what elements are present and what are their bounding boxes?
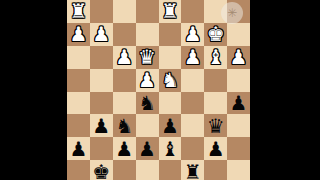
square-d3[interactable] — [159, 46, 182, 69]
square-a6[interactable] — [227, 114, 250, 137]
square-a7[interactable] — [227, 137, 250, 160]
letterbox-bar-right — [250, 0, 320, 180]
white-pawn: ♟ — [230, 47, 248, 67]
black-pawn: ♟ — [207, 138, 225, 158]
square-d8[interactable] — [159, 160, 182, 180]
watermark-icon: ✳ — [221, 2, 243, 24]
black-queen: ♛ — [207, 115, 225, 135]
white-pawn: ♟ — [92, 24, 110, 44]
square-g5[interactable] — [90, 92, 113, 115]
square-f3[interactable]: ♟ — [113, 46, 136, 69]
square-h6[interactable] — [67, 114, 90, 137]
square-c7[interactable] — [181, 137, 204, 160]
square-b4[interactable] — [204, 69, 227, 92]
square-h8[interactable] — [67, 160, 90, 180]
square-a5[interactable]: ♟ — [227, 92, 250, 115]
square-g1[interactable] — [90, 0, 113, 23]
black-knight: ♞ — [115, 115, 133, 135]
black-pawn: ♟ — [161, 115, 179, 135]
white-knight: ♞ — [161, 70, 179, 90]
black-king: ♚ — [92, 161, 110, 180]
square-g7[interactable] — [90, 137, 113, 160]
white-bishop: ♝ — [207, 47, 225, 67]
square-d5[interactable] — [159, 92, 182, 115]
square-d2[interactable] — [159, 23, 182, 46]
square-c2[interactable]: ♟ — [181, 23, 204, 46]
white-pawn: ♟ — [115, 47, 133, 67]
square-c4[interactable] — [181, 69, 204, 92]
square-e5[interactable]: ♞ — [136, 92, 159, 115]
square-f8[interactable] — [113, 160, 136, 180]
square-d1[interactable]: ♜ — [159, 0, 182, 23]
square-c5[interactable] — [181, 92, 204, 115]
square-c6[interactable] — [181, 114, 204, 137]
white-rook: ♜ — [69, 1, 87, 21]
square-a8[interactable] — [227, 160, 250, 180]
square-d7[interactable]: ♝ — [159, 137, 182, 160]
square-e7[interactable]: ♟ — [136, 137, 159, 160]
square-e2[interactable] — [136, 23, 159, 46]
black-pawn: ♟ — [138, 138, 156, 158]
black-pawn: ♟ — [115, 138, 133, 158]
square-g6[interactable]: ♟ — [90, 114, 113, 137]
square-f5[interactable] — [113, 92, 136, 115]
square-a2[interactable] — [227, 23, 250, 46]
watermark-glyph: ✳ — [227, 7, 237, 19]
square-d4[interactable]: ♞ — [159, 69, 182, 92]
square-g4[interactable] — [90, 69, 113, 92]
square-c8[interactable]: ♜ — [181, 160, 204, 180]
black-pawn: ♟ — [69, 138, 87, 158]
square-c3[interactable]: ♟ — [181, 46, 204, 69]
square-f6[interactable]: ♞ — [113, 114, 136, 137]
white-king: ♚ — [207, 24, 225, 44]
square-b2[interactable]: ♚ — [204, 23, 227, 46]
letterbox-bar-left — [0, 0, 67, 180]
square-f2[interactable] — [113, 23, 136, 46]
black-pawn: ♟ — [92, 115, 110, 135]
black-knight: ♞ — [138, 92, 156, 112]
square-e4[interactable]: ♟ — [136, 69, 159, 92]
square-h1[interactable]: ♜ — [67, 0, 90, 23]
square-d6[interactable]: ♟ — [159, 114, 182, 137]
square-b7[interactable]: ♟ — [204, 137, 227, 160]
square-b8[interactable] — [204, 160, 227, 180]
square-h2[interactable]: ♟ — [67, 23, 90, 46]
square-f7[interactable]: ♟ — [113, 137, 136, 160]
square-e6[interactable] — [136, 114, 159, 137]
white-pawn: ♟ — [184, 24, 202, 44]
white-pawn: ♟ — [69, 24, 87, 44]
square-e3[interactable]: ♛ — [136, 46, 159, 69]
square-b3[interactable]: ♝ — [204, 46, 227, 69]
square-f4[interactable] — [113, 69, 136, 92]
square-h7[interactable]: ♟ — [67, 137, 90, 160]
black-pawn: ♟ — [230, 92, 248, 112]
chess-board: ♜♜♟♟♟♚♟♛♟♝♟♟♞♞♟♟♞♟♛♟♟♟♝♟♚♜ — [67, 0, 250, 180]
square-b6[interactable]: ♛ — [204, 114, 227, 137]
white-queen: ♛ — [138, 47, 156, 67]
square-h3[interactable] — [67, 46, 90, 69]
square-g8[interactable]: ♚ — [90, 160, 113, 180]
square-e1[interactable] — [136, 0, 159, 23]
square-a4[interactable] — [227, 69, 250, 92]
square-e8[interactable] — [136, 160, 159, 180]
square-c1[interactable] — [181, 0, 204, 23]
square-b5[interactable] — [204, 92, 227, 115]
white-pawn: ♟ — [138, 70, 156, 90]
square-g2[interactable]: ♟ — [90, 23, 113, 46]
white-pawn: ♟ — [184, 47, 202, 67]
square-h4[interactable] — [67, 69, 90, 92]
black-bishop: ♝ — [161, 138, 179, 158]
square-a3[interactable]: ♟ — [227, 46, 250, 69]
white-rook: ♜ — [161, 1, 179, 21]
square-g3[interactable] — [90, 46, 113, 69]
black-rook: ♜ — [184, 161, 202, 180]
square-h5[interactable] — [67, 92, 90, 115]
square-f1[interactable] — [113, 0, 136, 23]
video-frame: ♜♜♟♟♟♚♟♛♟♝♟♟♞♞♟♟♞♟♛♟♟♟♝♟♚♜ ✳ — [0, 0, 320, 180]
